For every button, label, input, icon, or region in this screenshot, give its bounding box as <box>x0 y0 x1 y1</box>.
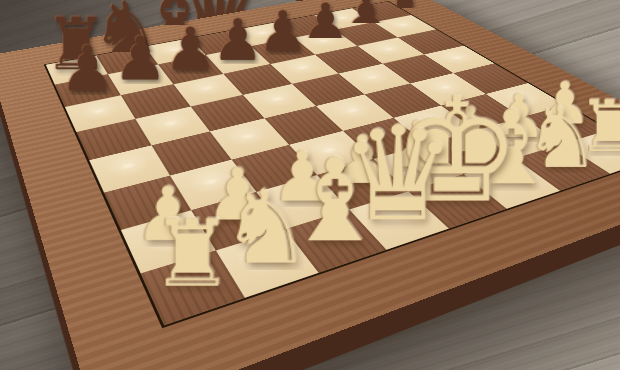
square-a1: ♜ <box>141 251 245 326</box>
square-a7: ♟ <box>55 74 121 107</box>
piece-white-rook: ♜ <box>61 208 322 301</box>
square-c5 <box>191 95 265 132</box>
chess-set-photo: ♜♞♝♛♚♝♞♜♟♟♟♟♟♟♟♟♟♟♟♟♟♟♟♟♜♞♝♛♚♝♞♜ <box>0 0 620 370</box>
